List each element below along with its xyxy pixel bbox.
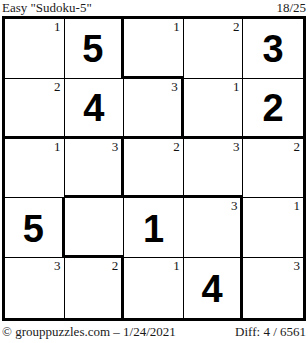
sudoku-cell-r2c4[interactable]: 1 bbox=[184, 79, 244, 139]
page-title: Easy "Sudoku-5" bbox=[2, 0, 92, 15]
corner-hint: 1 bbox=[233, 79, 240, 94]
sudoku-cell-r1c5[interactable]: 3 bbox=[243, 19, 303, 79]
given-digit: 2 bbox=[263, 89, 284, 127]
corner-hint: 1 bbox=[54, 19, 61, 34]
sudoku-cell-r1c1[interactable]: 1 bbox=[5, 19, 65, 79]
sudoku-cell-r2c1[interactable]: 2 bbox=[5, 79, 65, 139]
sudoku-cell-r5c2[interactable]: 2 bbox=[65, 258, 125, 318]
corner-hint: 2 bbox=[173, 139, 180, 154]
sudoku-cell-r2c5[interactable]: 2 bbox=[243, 79, 303, 139]
sudoku-cell-r1c2[interactable]: 5 bbox=[65, 19, 125, 79]
corner-hint: 1 bbox=[293, 198, 300, 213]
given-digit: 5 bbox=[23, 210, 44, 248]
corner-hint: 3 bbox=[231, 198, 238, 213]
sudoku-cell-r5c1[interactable]: 3 bbox=[5, 258, 65, 318]
sudoku-cell-r3c1[interactable]: 1 bbox=[5, 139, 65, 199]
sudoku-cell-r5c3[interactable]: 1 bbox=[124, 258, 184, 318]
footer: © grouppuzzles.com – 1/24/2021 Diff: 4 /… bbox=[0, 324, 308, 339]
puzzle-page: Easy "Sudoku-5" 18/25 151232431213232513… bbox=[0, 0, 308, 343]
corner-hint: 3 bbox=[171, 79, 178, 94]
difficulty-text: Diff: 4 / 6561 bbox=[235, 324, 306, 339]
given-digit: 3 bbox=[263, 30, 284, 68]
sudoku-cell-r3c5[interactable]: 2 bbox=[243, 139, 303, 199]
sudoku-cell-r4c5[interactable]: 1 bbox=[243, 198, 303, 258]
corner-hint: 3 bbox=[293, 258, 300, 273]
corner-hint: 3 bbox=[54, 258, 61, 273]
sudoku-cell-r5c4[interactable]: 4 bbox=[184, 258, 244, 318]
corner-hint: 1 bbox=[54, 139, 61, 154]
sudoku-cell-r3c4[interactable]: 3 bbox=[184, 139, 244, 199]
sudoku-cell-r4c4[interactable]: 3 bbox=[184, 198, 244, 258]
sudoku-cell-r1c4[interactable]: 2 bbox=[184, 19, 244, 79]
sudoku-cell-r4c1[interactable]: 5 bbox=[5, 198, 65, 258]
sudoku-cell-r2c2[interactable]: 4 bbox=[65, 79, 125, 139]
corner-hint: 2 bbox=[112, 258, 119, 273]
corner-hint: 2 bbox=[293, 139, 300, 154]
sudoku-cell-r3c2[interactable]: 3 bbox=[65, 139, 125, 199]
corner-hint: 2 bbox=[54, 79, 61, 94]
sudoku-cell-r5c5[interactable]: 3 bbox=[243, 258, 303, 318]
given-digit: 1 bbox=[143, 210, 164, 248]
given-digit: 4 bbox=[83, 89, 104, 127]
corner-hint: 3 bbox=[112, 139, 119, 154]
sudoku-cell-r4c3[interactable]: 1 bbox=[124, 198, 184, 258]
header: Easy "Sudoku-5" 18/25 bbox=[0, 0, 308, 16]
sudoku-board: 151232431213232513132143 bbox=[2, 16, 306, 321]
corner-hint: 3 bbox=[233, 139, 240, 154]
sudoku-cell-r4c2[interactable] bbox=[65, 198, 125, 258]
corner-hint: 2 bbox=[233, 19, 240, 34]
given-digit: 5 bbox=[82, 30, 103, 68]
corner-hint: 1 bbox=[173, 258, 180, 273]
puzzle-counter: 18/25 bbox=[276, 0, 306, 15]
corner-hint: 1 bbox=[173, 19, 180, 34]
copyright-text: © grouppuzzles.com – 1/24/2021 bbox=[2, 324, 176, 339]
given-digit: 4 bbox=[202, 270, 223, 308]
sudoku-cell-r1c3[interactable]: 1 bbox=[124, 19, 184, 79]
sudoku-cell-r3c3[interactable]: 2 bbox=[124, 139, 184, 199]
sudoku-cell-r2c3[interactable]: 3 bbox=[124, 79, 184, 139]
